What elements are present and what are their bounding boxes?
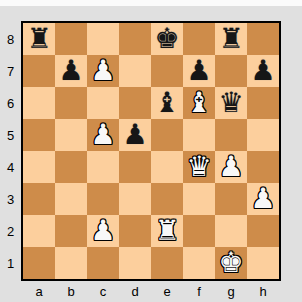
rank-label-4: 4 — [0, 151, 21, 183]
square-c3[interactable] — [87, 183, 119, 215]
square-c6[interactable] — [87, 87, 119, 119]
square-f4[interactable]: ♛ — [183, 151, 215, 183]
square-e1[interactable] — [151, 247, 183, 279]
rank-label-7: 7 — [0, 55, 21, 87]
square-g8[interactable]: ♜ — [215, 23, 247, 55]
file-label-h: h — [247, 282, 279, 300]
piece-white-rook: ♜ — [154, 215, 179, 247]
piece-black-pawn: ♟ — [58, 55, 83, 87]
square-a4[interactable] — [23, 151, 55, 183]
rank-label-3: 3 — [0, 183, 21, 215]
rank-labels: 87654321 — [0, 23, 21, 279]
piece-white-bishop: ♝ — [186, 87, 211, 119]
piece-white-pawn: ♟ — [218, 151, 243, 183]
square-e7[interactable] — [151, 55, 183, 87]
square-b6[interactable] — [55, 87, 87, 119]
piece-black-rook: ♜ — [26, 23, 51, 55]
square-b4[interactable] — [55, 151, 87, 183]
square-g1[interactable]: ♚ — [215, 247, 247, 279]
piece-black-rook: ♜ — [218, 23, 243, 55]
square-h3[interactable]: ♟ — [247, 183, 279, 215]
square-f7[interactable]: ♟ — [183, 55, 215, 87]
file-label-b: b — [55, 282, 87, 300]
square-h2[interactable] — [247, 215, 279, 247]
piece-white-queen: ♛ — [186, 151, 211, 183]
square-d3[interactable] — [119, 183, 151, 215]
square-h7[interactable]: ♟ — [247, 55, 279, 87]
square-h1[interactable] — [247, 247, 279, 279]
rank-label-2: 2 — [0, 215, 21, 247]
file-label-d: d — [119, 282, 151, 300]
square-b8[interactable] — [55, 23, 87, 55]
square-e5[interactable] — [151, 119, 183, 151]
chess-diagram: 87654321 ♜♚♜♟♟♟♟♝♝♛♟♟♛♟♟♟♜♚ abcdefgh — [0, 0, 302, 302]
square-c8[interactable] — [87, 23, 119, 55]
square-a1[interactable] — [23, 247, 55, 279]
square-f3[interactable] — [183, 183, 215, 215]
square-a7[interactable] — [23, 55, 55, 87]
file-label-g: g — [215, 282, 247, 300]
square-d4[interactable] — [119, 151, 151, 183]
top-strip — [0, 0, 302, 6]
rank-label-8: 8 — [0, 23, 21, 55]
square-e6[interactable]: ♝ — [151, 87, 183, 119]
square-c5[interactable]: ♟ — [87, 119, 119, 151]
piece-black-bishop: ♝ — [154, 87, 179, 119]
square-b3[interactable] — [55, 183, 87, 215]
square-d2[interactable] — [119, 215, 151, 247]
piece-white-king: ♚ — [218, 247, 243, 279]
square-a6[interactable] — [23, 87, 55, 119]
square-f6[interactable]: ♝ — [183, 87, 215, 119]
file-label-c: c — [87, 282, 119, 300]
square-b1[interactable] — [55, 247, 87, 279]
square-f2[interactable] — [183, 215, 215, 247]
file-label-a: a — [23, 282, 55, 300]
square-f1[interactable] — [183, 247, 215, 279]
rank-label-1: 1 — [0, 247, 21, 279]
piece-black-pawn: ♟ — [186, 55, 211, 87]
square-d6[interactable] — [119, 87, 151, 119]
rank-label-5: 5 — [0, 119, 21, 151]
square-b7[interactable]: ♟ — [55, 55, 87, 87]
square-b2[interactable] — [55, 215, 87, 247]
square-b5[interactable] — [55, 119, 87, 151]
square-g5[interactable] — [215, 119, 247, 151]
square-h8[interactable] — [247, 23, 279, 55]
square-a2[interactable] — [23, 215, 55, 247]
square-h4[interactable] — [247, 151, 279, 183]
square-a8[interactable]: ♜ — [23, 23, 55, 55]
rank-label-6: 6 — [0, 87, 21, 119]
square-g7[interactable] — [215, 55, 247, 87]
square-d7[interactable] — [119, 55, 151, 87]
square-d1[interactable] — [119, 247, 151, 279]
piece-white-pawn: ♟ — [90, 55, 115, 87]
square-c7[interactable]: ♟ — [87, 55, 119, 87]
square-e3[interactable] — [151, 183, 183, 215]
square-d8[interactable] — [119, 23, 151, 55]
piece-black-pawn: ♟ — [122, 119, 147, 151]
square-e4[interactable] — [151, 151, 183, 183]
square-c1[interactable] — [87, 247, 119, 279]
square-f5[interactable] — [183, 119, 215, 151]
square-g6[interactable]: ♛ — [215, 87, 247, 119]
square-c4[interactable] — [87, 151, 119, 183]
chess-board: ♜♚♜♟♟♟♟♝♝♛♟♟♛♟♟♟♜♚ — [21, 21, 281, 281]
piece-black-pawn: ♟ — [250, 55, 275, 87]
square-c2[interactable]: ♟ — [87, 215, 119, 247]
square-h6[interactable] — [247, 87, 279, 119]
square-g4[interactable]: ♟ — [215, 151, 247, 183]
square-f8[interactable] — [183, 23, 215, 55]
square-d5[interactable]: ♟ — [119, 119, 151, 151]
piece-black-queen: ♛ — [218, 87, 243, 119]
piece-white-pawn: ♟ — [250, 183, 275, 215]
piece-white-pawn: ♟ — [90, 119, 115, 151]
square-g2[interactable] — [215, 215, 247, 247]
file-labels: abcdefgh — [23, 282, 279, 300]
piece-black-king: ♚ — [154, 23, 179, 55]
square-a5[interactable] — [23, 119, 55, 151]
square-e2[interactable]: ♜ — [151, 215, 183, 247]
square-g3[interactable] — [215, 183, 247, 215]
file-label-f: f — [183, 282, 215, 300]
file-label-e: e — [151, 282, 183, 300]
square-a3[interactable] — [23, 183, 55, 215]
square-e8[interactable]: ♚ — [151, 23, 183, 55]
square-h5[interactable] — [247, 119, 279, 151]
piece-white-pawn: ♟ — [90, 215, 115, 247]
